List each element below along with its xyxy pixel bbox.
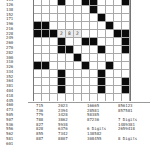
cell-r8c10[interactable] xyxy=(114,62,122,70)
cell-r6c7[interactable] xyxy=(90,46,98,54)
cell-r12c8[interactable] xyxy=(98,94,106,102)
cell-r12c6[interactable] xyxy=(82,94,90,102)
cell-r2c4[interactable] xyxy=(66,14,74,22)
cell-r7c2[interactable] xyxy=(50,54,58,62)
cell-r10c3 xyxy=(58,78,66,86)
cell-r11c6[interactable] xyxy=(82,86,90,94)
cell-r4c10 xyxy=(114,30,122,38)
cell-r3c7[interactable] xyxy=(90,22,98,30)
cell-r12c5[interactable] xyxy=(74,94,82,102)
cell-r1c8[interactable] xyxy=(98,6,106,14)
cell-r10c1[interactable] xyxy=(42,78,50,86)
puzzle-grid-clip: 282 xyxy=(33,0,131,101)
cell-r4c2 xyxy=(50,30,58,38)
cell-r3c10[interactable] xyxy=(114,22,122,30)
cell-r3c0 xyxy=(34,22,42,30)
cell-r1c9[interactable] xyxy=(106,6,114,14)
cell-r6c6[interactable] xyxy=(82,46,90,54)
cell-r10c8 xyxy=(98,78,106,86)
cell-r1c3[interactable] xyxy=(58,6,66,14)
answer-number: 887 xyxy=(36,137,50,142)
cell-r10c4[interactable] xyxy=(66,78,74,86)
cell-r5c6 xyxy=(82,38,90,46)
cell-r6c2[interactable] xyxy=(50,46,58,54)
cell-r10c5[interactable] xyxy=(74,78,82,86)
cell-r9c3 xyxy=(58,70,66,78)
cell-r10c2[interactable] xyxy=(50,78,58,86)
cell-r10c10[interactable] xyxy=(114,78,122,86)
cell-r6c4 xyxy=(66,46,74,54)
cell-r3c5[interactable] xyxy=(74,22,82,30)
cell-r11c7[interactable] xyxy=(90,86,98,94)
cell-r12c0[interactable] xyxy=(34,94,42,102)
cell-r6c1[interactable] xyxy=(42,46,50,54)
cell-r2c0[interactable] xyxy=(34,14,42,22)
cell-r4c8[interactable] xyxy=(98,30,106,38)
cell-r9c10[interactable] xyxy=(114,70,122,78)
cell-r9c7[interactable] xyxy=(90,70,98,78)
cell-r5c10[interactable] xyxy=(114,38,122,46)
cell-r12c7[interactable] xyxy=(90,94,98,102)
cell-r11c5[interactable] xyxy=(74,86,82,94)
cell-r7c4[interactable] xyxy=(66,54,74,62)
cell-r9c11[interactable] xyxy=(122,70,130,78)
cell-r11c0[interactable] xyxy=(34,86,42,94)
cell-r8c4[interactable] xyxy=(66,62,74,70)
cell-r9c2[interactable] xyxy=(50,70,58,78)
cell-r9c8 xyxy=(98,70,106,78)
number-list-5-6-digit: 166652858158385872366 Digits138582308455 xyxy=(87,104,107,142)
cell-r2c5[interactable] xyxy=(74,14,82,22)
cell-r11c11 xyxy=(122,86,130,94)
cell-r9c9[interactable] xyxy=(106,70,114,78)
cell-r9c6[interactable] xyxy=(82,70,90,78)
cell-r5c3 xyxy=(58,38,66,46)
cell-r9c1[interactable] xyxy=(42,70,50,78)
cell-r10c11 xyxy=(122,78,130,86)
cell-r10c7[interactable] xyxy=(90,78,98,86)
cell-r2c6[interactable] xyxy=(82,14,90,22)
cell-r5c4[interactable] xyxy=(66,38,74,46)
cell-r1c0[interactable] xyxy=(34,6,42,14)
cell-r4c0 xyxy=(34,30,42,38)
cell-r8c3[interactable] xyxy=(58,62,66,70)
cell-r7c3[interactable] xyxy=(58,54,66,62)
cell-r4c6[interactable] xyxy=(82,30,90,38)
cell-r7c0[interactable] xyxy=(34,54,42,62)
cell-r11c3 xyxy=(58,86,66,94)
cell-r8c5[interactable] xyxy=(74,62,82,70)
cell-r1c5[interactable] xyxy=(74,6,82,14)
cell-r2c8 xyxy=(98,14,106,22)
cell-r5c0[interactable] xyxy=(34,38,42,46)
cell-r5c9[interactable] xyxy=(106,38,114,46)
cell-r4c4[interactable]: 8 xyxy=(66,30,74,38)
cell-r8c0 xyxy=(34,62,42,70)
cell-r4c3[interactable]: 2 xyxy=(58,30,66,38)
cell-r7c7[interactable] xyxy=(90,54,98,62)
cell-r10c6[interactable] xyxy=(82,78,90,86)
cell-r12c1[interactable] xyxy=(42,94,50,102)
cell-r11c10[interactable] xyxy=(114,86,122,94)
cell-r6c3 xyxy=(58,46,66,54)
cell-r6c5[interactable] xyxy=(74,46,82,54)
cell-r8c8[interactable] xyxy=(98,62,106,70)
cell-r2c7[interactable] xyxy=(90,14,98,22)
cell-r4c5[interactable]: 2 xyxy=(74,30,82,38)
cell-r4c9[interactable] xyxy=(106,30,114,38)
cell-r12c4[interactable] xyxy=(66,94,74,102)
cell-r1c6[interactable] xyxy=(82,6,90,14)
cell-r4c11 xyxy=(122,30,130,38)
cell-r10c0[interactable] xyxy=(34,78,42,86)
number-list-4-digit: 20232394342838625938637673428807 xyxy=(58,104,74,142)
clue-number-list-left: 1141261381521711962162282492602702823003… xyxy=(6,0,22,146)
cell-r6c8 xyxy=(98,46,106,54)
cell-r11c8 xyxy=(98,86,106,94)
cell-r2c11[interactable] xyxy=(122,14,130,22)
cell-r11c9[interactable] xyxy=(106,86,114,94)
cell-r7c8[interactable] xyxy=(98,54,106,62)
cell-r8c2[interactable] xyxy=(50,62,58,70)
cell-r5c8[interactable] xyxy=(98,38,106,46)
cell-r11c1[interactable] xyxy=(42,86,50,94)
cell-r1c2[interactable] xyxy=(50,6,58,14)
cell-r9c5[interactable] xyxy=(74,70,82,78)
cell-r6c0[interactable] xyxy=(34,46,42,54)
digits-group-header: 8 Digits xyxy=(118,137,142,142)
cell-r10c9[interactable] xyxy=(106,78,114,86)
cell-r8c1 xyxy=(42,62,50,70)
cell-r3c8[interactable] xyxy=(98,22,106,30)
fill-in-puzzle-grid: 282 xyxy=(33,0,131,101)
cell-r7c6[interactable] xyxy=(82,54,90,62)
cell-r5c5[interactable] xyxy=(74,38,82,46)
cell-r3c2[interactable] xyxy=(50,22,58,30)
clue-number: 601 xyxy=(6,142,22,147)
cell-r2c2[interactable] xyxy=(50,14,58,22)
cell-r1c10[interactable] xyxy=(114,6,122,14)
cell-r11c4[interactable] xyxy=(66,86,74,94)
cell-r8c11[interactable] xyxy=(122,62,130,70)
cell-r6c10[interactable] xyxy=(114,46,122,54)
cell-r4c1 xyxy=(42,30,50,38)
cell-r8c9 xyxy=(106,62,114,70)
cell-r5c7 xyxy=(90,38,98,46)
cell-r7c1[interactable] xyxy=(42,54,50,62)
cell-r8c7[interactable] xyxy=(90,62,98,70)
cell-r1c4[interactable] xyxy=(66,6,74,14)
cell-r5c11 xyxy=(122,38,130,46)
cell-r8c6 xyxy=(82,62,90,70)
cell-r1c11[interactable] xyxy=(122,6,130,14)
cell-r3c6[interactable] xyxy=(82,22,90,30)
cell-r1c7 xyxy=(90,6,98,14)
cell-r2c9[interactable] xyxy=(106,14,114,22)
cell-r3c9 xyxy=(106,22,114,30)
cell-r12c9[interactable] xyxy=(106,94,114,102)
cell-r7c11[interactable] xyxy=(122,54,130,62)
cell-r6c11 xyxy=(122,46,130,54)
number-list-6-7-8-digit: 8561238575817 Digits148938126594188 Digi… xyxy=(118,104,142,142)
cell-r5c2[interactable] xyxy=(50,38,58,46)
cell-r12c11[interactable] xyxy=(122,94,130,102)
cell-r9c0[interactable] xyxy=(34,70,42,78)
cell-r7c10[interactable] xyxy=(114,54,122,62)
cell-r12c10[interactable] xyxy=(114,94,122,102)
cell-r6c9[interactable] xyxy=(106,46,114,54)
cell-r3c11[interactable] xyxy=(122,22,130,30)
cell-r3c3[interactable] xyxy=(58,22,66,30)
cell-r7c9[interactable] xyxy=(106,54,114,62)
answer-number: 308455 xyxy=(87,137,107,142)
cell-r7c5 xyxy=(74,54,82,62)
cell-r2c1[interactable] xyxy=(42,14,50,22)
cell-r4c7[interactable] xyxy=(90,30,98,38)
number-list-3-digit: 715736779788827828855887 xyxy=(36,104,50,142)
answer-number: 8807 xyxy=(58,137,74,142)
cell-r12c3[interactable] xyxy=(58,94,66,102)
cell-r2c10[interactable] xyxy=(114,14,122,22)
cell-r1c1[interactable] xyxy=(42,6,50,14)
cell-r3c4[interactable] xyxy=(66,22,74,30)
cell-r9c4[interactable] xyxy=(66,70,74,78)
cell-r3c1 xyxy=(42,22,50,30)
cell-r11c2[interactable] xyxy=(50,86,58,94)
cell-r5c1[interactable] xyxy=(42,38,50,46)
cell-r12c2[interactable] xyxy=(50,94,58,102)
cell-r2c3[interactable] xyxy=(58,14,66,22)
